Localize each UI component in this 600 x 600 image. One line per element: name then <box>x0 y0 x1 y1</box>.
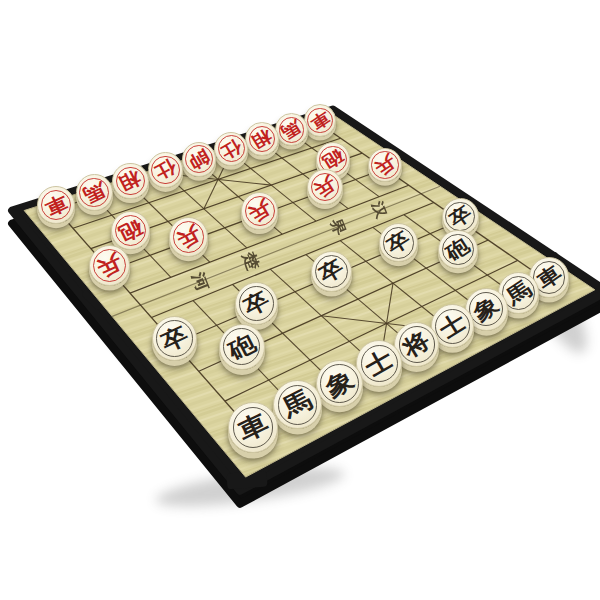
piece-black-elephant[interactable]: 象 <box>316 360 364 408</box>
piece-red-soldier[interactable]: 兵 <box>89 245 130 286</box>
piece-black-horse[interactable]: 馬 <box>273 380 322 429</box>
piece-character: 砲 <box>433 225 482 273</box>
piece-black-cannon[interactable]: 砲 <box>438 230 477 269</box>
piece-character: 兵 <box>363 144 406 186</box>
piece-black-soldier[interactable]: 卒 <box>311 251 352 292</box>
piece-black-soldier[interactable]: 卒 <box>152 316 198 362</box>
piece-black-soldier[interactable]: 卒 <box>379 223 418 262</box>
piece-red-soldier[interactable]: 兵 <box>307 169 343 205</box>
piece-character: 卒 <box>374 219 423 267</box>
piece-red-soldier[interactable]: 兵 <box>368 148 403 183</box>
piece-character: 砲 <box>214 320 271 374</box>
piece-character: 兵 <box>164 214 212 261</box>
piece-character: 車 <box>33 183 79 227</box>
piece-red-general[interactable]: 帥 <box>182 142 217 177</box>
piece-red-soldier[interactable]: 兵 <box>169 217 209 257</box>
piece-red-horse[interactable]: 馬 <box>76 174 113 211</box>
xiangqi-set-photo: 河楚界汉 車馬相仕帥仕相馬車砲砲兵兵兵兵兵卒卒卒卒卒砲砲車馬象士将士象馬車 <box>0 0 600 600</box>
piece-black-cannon[interactable]: 砲 <box>219 324 265 370</box>
piece-black-chariot[interactable]: 車 <box>228 402 279 453</box>
piece-character: 卒 <box>146 312 202 365</box>
piece-character: 兵 <box>236 188 283 233</box>
piece-character: 卒 <box>230 278 283 329</box>
piece-character: 卒 <box>306 247 357 297</box>
piece-red-soldier[interactable]: 兵 <box>241 192 279 230</box>
piece-red-chariot[interactable]: 車 <box>37 186 75 224</box>
piece-red-advisor[interactable]: 仕 <box>148 152 184 188</box>
piece-black-soldier[interactable]: 卒 <box>235 282 278 325</box>
pieces-layer: 車馬相仕帥仕相馬車砲砲兵兵兵兵兵卒卒卒卒卒砲砲車馬象士将士象馬車 <box>0 0 600 600</box>
piece-red-elephant[interactable]: 相 <box>112 163 148 199</box>
